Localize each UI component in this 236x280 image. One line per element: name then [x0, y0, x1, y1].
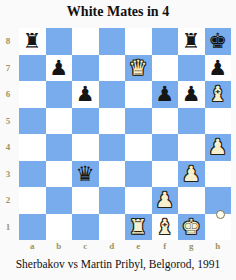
square-c1[interactable] — [72, 214, 99, 241]
file-label-e: e — [125, 241, 152, 255]
square-b8[interactable] — [46, 28, 73, 55]
square-b3[interactable] — [46, 161, 73, 188]
square-b2[interactable] — [46, 187, 73, 214]
piece-black-pawn-b7[interactable]: ♟ — [49, 55, 68, 82]
square-a1[interactable] — [19, 214, 46, 241]
square-h5[interactable] — [205, 108, 232, 135]
piece-black-rook-a8[interactable]: ♜ — [23, 28, 42, 55]
piece-black-pawn-h7[interactable]: ♟ — [208, 55, 227, 82]
square-f5[interactable] — [152, 108, 179, 135]
square-b5[interactable] — [46, 108, 73, 135]
square-c7[interactable] — [72, 55, 99, 82]
piece-black-rook-g8[interactable]: ♜ — [182, 28, 201, 55]
file-label-b: b — [46, 241, 73, 255]
file-label-c: c — [72, 241, 99, 255]
square-a3[interactable] — [19, 161, 46, 188]
piece-white-bishop-h6[interactable]: ♝ — [208, 81, 227, 108]
square-f2[interactable]: ♟ — [152, 187, 179, 214]
square-d6[interactable] — [99, 81, 126, 108]
square-g3[interactable]: ♟ — [178, 161, 205, 188]
square-c2[interactable] — [72, 187, 99, 214]
square-e7[interactable]: ♛ — [125, 55, 152, 82]
square-g4[interactable] — [178, 134, 205, 161]
square-h8[interactable]: ♚ — [205, 28, 232, 55]
game-caption: Sherbakov vs Martin Pribyl, Belgorod, 19… — [0, 258, 236, 270]
square-d3[interactable] — [99, 161, 126, 188]
page-title: White Mates in 4 — [0, 4, 236, 20]
square-b7[interactable]: ♟ — [46, 55, 73, 82]
file-label-g: g — [178, 241, 205, 255]
square-e4[interactable] — [125, 134, 152, 161]
square-b1[interactable] — [46, 214, 73, 241]
square-h4[interactable]: ♟ — [205, 134, 232, 161]
file-label-a: a — [19, 241, 46, 255]
square-a7[interactable] — [19, 55, 46, 82]
piece-white-rook-e1[interactable]: ♜ — [129, 214, 148, 241]
rank-label-5: 5 — [0, 108, 16, 135]
rank-label-1: 1 — [0, 214, 16, 241]
piece-black-queen-c3[interactable]: ♛ — [76, 161, 95, 188]
square-g5[interactable] — [178, 108, 205, 135]
piece-white-pawn-g3[interactable]: ♟ — [182, 161, 201, 188]
piece-white-pawn-h4[interactable]: ♟ — [208, 134, 227, 161]
square-a2[interactable] — [19, 187, 46, 214]
square-f8[interactable] — [152, 28, 179, 55]
square-c3[interactable]: ♛ — [72, 161, 99, 188]
square-f4[interactable] — [152, 134, 179, 161]
square-g1[interactable]: ♚ — [178, 214, 205, 241]
piece-white-pawn-f2[interactable]: ♟ — [155, 187, 174, 214]
rank-label-2: 2 — [0, 187, 16, 214]
square-f3[interactable] — [152, 161, 179, 188]
square-d4[interactable] — [99, 134, 126, 161]
square-h7[interactable]: ♟ — [205, 55, 232, 82]
square-c8[interactable] — [72, 28, 99, 55]
square-g2[interactable] — [178, 187, 205, 214]
square-c6[interactable]: ♟ — [72, 81, 99, 108]
white-to-move-indicator — [216, 210, 225, 219]
rank-label-7: 7 — [0, 55, 16, 82]
file-label-h: h — [205, 241, 232, 255]
square-g7[interactable] — [178, 55, 205, 82]
square-d2[interactable] — [99, 187, 126, 214]
square-c5[interactable] — [72, 108, 99, 135]
square-a6[interactable] — [19, 81, 46, 108]
square-f7[interactable] — [152, 55, 179, 82]
square-e6[interactable] — [125, 81, 152, 108]
square-d1[interactable] — [99, 214, 126, 241]
piece-black-king-h8[interactable]: ♚ — [208, 28, 227, 55]
square-g8[interactable]: ♜ — [178, 28, 205, 55]
piece-black-pawn-g6[interactable]: ♟ — [182, 81, 201, 108]
square-e2[interactable] — [125, 187, 152, 214]
piece-white-king-g1[interactable]: ♚ — [182, 214, 201, 241]
square-g6[interactable]: ♟ — [178, 81, 205, 108]
rank-label-4: 4 — [0, 134, 16, 161]
square-a4[interactable] — [19, 134, 46, 161]
square-e8[interactable] — [125, 28, 152, 55]
square-a8[interactable]: ♜ — [19, 28, 46, 55]
rank-label-6: 6 — [0, 81, 16, 108]
square-d8[interactable] — [99, 28, 126, 55]
file-label-f: f — [152, 241, 179, 255]
square-h3[interactable] — [205, 161, 232, 188]
file-labels: abcdefgh — [19, 241, 231, 255]
square-f1[interactable]: ♝ — [152, 214, 179, 241]
chess-board: ♜♜♚♟♛♟♟♟♟♝♟♛♟♟♜♝♚ — [19, 28, 231, 240]
piece-black-pawn-f6[interactable]: ♟ — [155, 81, 174, 108]
square-e3[interactable] — [125, 161, 152, 188]
rank-label-3: 3 — [0, 161, 16, 188]
square-e5[interactable] — [125, 108, 152, 135]
square-b6[interactable] — [46, 81, 73, 108]
piece-white-queen-e7[interactable]: ♛ — [129, 55, 148, 82]
piece-black-pawn-c6[interactable]: ♟ — [76, 81, 95, 108]
square-f6[interactable]: ♟ — [152, 81, 179, 108]
square-c4[interactable] — [72, 134, 99, 161]
rank-label-8: 8 — [0, 28, 16, 55]
square-e1[interactable]: ♜ — [125, 214, 152, 241]
square-b4[interactable] — [46, 134, 73, 161]
square-d5[interactable] — [99, 108, 126, 135]
file-label-d: d — [99, 241, 126, 255]
square-h6[interactable]: ♝ — [205, 81, 232, 108]
rank-labels: 87654321 — [0, 28, 16, 240]
square-a5[interactable] — [19, 108, 46, 135]
square-d7[interactable] — [99, 55, 126, 82]
piece-white-bishop-f1[interactable]: ♝ — [155, 214, 174, 241]
